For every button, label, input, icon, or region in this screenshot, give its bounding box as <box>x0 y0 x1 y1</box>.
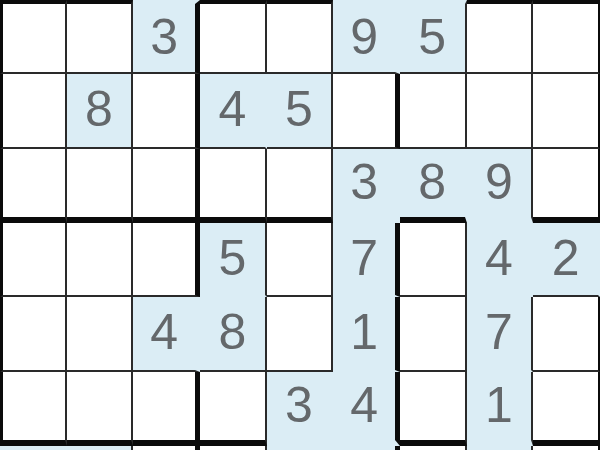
cell-r5c3[interactable]: 4 <box>133 297 200 371</box>
digit: 5 <box>418 12 446 62</box>
cell-r7c6[interactable] <box>333 446 400 450</box>
cell-r7c8[interactable] <box>467 446 534 450</box>
cell-r6c6[interactable]: 4 <box>333 372 400 446</box>
cell-r1c7[interactable]: 5 <box>400 0 467 74</box>
cell-r3c3[interactable] <box>133 149 200 223</box>
digit: 7 <box>485 307 513 357</box>
cell-r1c6[interactable]: 9 <box>333 0 400 74</box>
cell-r5c4[interactable]: 8 <box>200 297 267 371</box>
digit: 3 <box>350 157 378 207</box>
cell-r6c7[interactable] <box>400 372 467 446</box>
digit: 8 <box>418 157 446 207</box>
digit: 3 <box>285 380 313 430</box>
digit: 9 <box>350 12 378 62</box>
cell-r6c8[interactable]: 1 <box>467 372 534 446</box>
cell-r7c2[interactable] <box>67 446 134 450</box>
cell-r6c5[interactable]: 3 <box>267 372 334 446</box>
cell-r1c3[interactable]: 3 <box>133 0 200 74</box>
cell-r7c1[interactable] <box>0 446 67 450</box>
cell-r6c3[interactable] <box>133 372 200 446</box>
digit: 9 <box>485 157 513 207</box>
cell-r3c8[interactable]: 9 <box>467 149 534 223</box>
cell-r1c4[interactable] <box>200 0 267 74</box>
cell-r7c9[interactable] <box>533 446 600 450</box>
cell-r3c7[interactable]: 8 <box>400 149 467 223</box>
cell-r6c4[interactable] <box>200 372 267 446</box>
digit: 4 <box>150 307 178 357</box>
cell-r1c8[interactable] <box>467 0 534 74</box>
sudoku-board: 39584538957424817341 <box>0 0 600 450</box>
cell-r5c1[interactable] <box>0 297 67 371</box>
cell-r4c5[interactable] <box>267 223 334 297</box>
cell-r2c5[interactable]: 5 <box>267 74 334 148</box>
digit: 5 <box>218 233 246 283</box>
cell-r5c5[interactable] <box>267 297 334 371</box>
digit: 5 <box>285 84 313 134</box>
cell-r6c1[interactable] <box>0 372 67 446</box>
cell-r4c2[interactable] <box>67 223 134 297</box>
cell-r6c2[interactable] <box>67 372 134 446</box>
digit: 1 <box>485 380 513 430</box>
digit: 8 <box>85 84 113 134</box>
cell-r4c7[interactable] <box>400 223 467 297</box>
cell-r2c6[interactable] <box>333 74 400 148</box>
cell-r5c8[interactable]: 7 <box>467 297 534 371</box>
digit: 8 <box>218 307 246 357</box>
cell-r2c4[interactable]: 4 <box>200 74 267 148</box>
cell-r3c6[interactable]: 3 <box>333 149 400 223</box>
cell-r7c4[interactable] <box>200 446 267 450</box>
cell-r3c9[interactable] <box>533 149 600 223</box>
cell-r4c8[interactable]: 4 <box>467 223 534 297</box>
cell-r2c8[interactable] <box>467 74 534 148</box>
cell-r6c9[interactable] <box>533 372 600 446</box>
cell-r2c1[interactable] <box>0 74 67 148</box>
cell-r1c1[interactable] <box>0 0 67 74</box>
cell-r7c5[interactable] <box>267 446 334 450</box>
cell-r5c6[interactable]: 1 <box>333 297 400 371</box>
digit: 1 <box>350 307 378 357</box>
digit: 4 <box>218 84 246 134</box>
cell-r2c2[interactable]: 8 <box>67 74 134 148</box>
digit: 4 <box>350 380 378 430</box>
cell-r7c3[interactable] <box>133 446 200 450</box>
cell-r2c3[interactable] <box>133 74 200 148</box>
digit: 3 <box>150 12 178 62</box>
cell-r1c9[interactable] <box>533 0 600 74</box>
cell-r4c1[interactable] <box>0 223 67 297</box>
digit: 2 <box>552 233 580 283</box>
cell-r3c2[interactable] <box>67 149 134 223</box>
cell-r4c4[interactable]: 5 <box>200 223 267 297</box>
cell-r1c2[interactable] <box>67 0 134 74</box>
cell-r4c3[interactable] <box>133 223 200 297</box>
cell-r1c5[interactable] <box>267 0 334 74</box>
cell-r2c9[interactable] <box>533 74 600 148</box>
digit: 4 <box>485 233 513 283</box>
cell-r4c6[interactable]: 7 <box>333 223 400 297</box>
cell-r3c5[interactable] <box>267 149 334 223</box>
cell-r2c7[interactable] <box>400 74 467 148</box>
digit: 7 <box>350 233 378 283</box>
cell-r5c2[interactable] <box>67 297 134 371</box>
cell-r3c1[interactable] <box>0 149 67 223</box>
cell-r7c7[interactable] <box>400 446 467 450</box>
cell-r5c7[interactable] <box>400 297 467 371</box>
cell-r3c4[interactable] <box>200 149 267 223</box>
cell-r5c9[interactable] <box>533 297 600 371</box>
cell-r4c9[interactable]: 2 <box>533 223 600 297</box>
